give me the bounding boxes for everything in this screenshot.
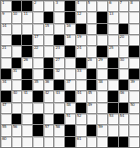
cell-r7-c11: [108, 69, 118, 79]
cell-r5-c5[interactable]: [44, 46, 54, 56]
cell-r2-c7: [65, 12, 75, 22]
cell-r4-c4[interactable]: 17: [33, 35, 43, 45]
cell-r5-c6[interactable]: 23: [54, 46, 64, 56]
clue-number: 33: [77, 69, 81, 73]
clue-number: 17: [34, 35, 38, 39]
cell-r1-c11[interactable]: 6: [108, 1, 118, 11]
clue-number: 46: [120, 91, 124, 95]
cell-r2-c13[interactable]: [129, 12, 139, 22]
cell-r10-c5[interactable]: [44, 103, 54, 113]
cell-r6-c6[interactable]: 27: [54, 58, 64, 68]
cell-r6-c8: [76, 58, 86, 68]
cell-r6-c5: [44, 58, 54, 68]
clue-number: 11: [23, 12, 27, 16]
clue-number: 40: [13, 91, 17, 95]
cell-r1-c10[interactable]: [97, 1, 107, 11]
cell-r8-c6: [54, 80, 64, 90]
cell-r2-c2[interactable]: 10: [12, 12, 22, 22]
clue-number: 32: [55, 69, 59, 73]
cell-r3-c7[interactable]: 16: [65, 24, 75, 34]
cell-r13-c3[interactable]: [22, 137, 32, 147]
cell-r13-c4[interactable]: [33, 137, 43, 147]
cell-r6-c10[interactable]: 29: [97, 58, 107, 68]
cell-r1-c1[interactable]: 1: [1, 1, 11, 11]
cell-r9-c1: [1, 91, 11, 101]
cell-r5-c8[interactable]: 24: [76, 46, 86, 56]
cell-r3-c3[interactable]: [22, 24, 32, 34]
clue-number: 57: [45, 125, 49, 129]
cell-r4-c9[interactable]: [87, 35, 97, 45]
cell-r10-c11: [108, 103, 118, 113]
cell-r9-c3[interactable]: 41: [22, 91, 32, 101]
cell-r7-c9: [87, 69, 97, 79]
clue-number: 1: [2, 1, 4, 5]
clue-number: 27: [55, 58, 59, 62]
cell-r4-c6: [54, 35, 64, 45]
cell-r10-c7[interactable]: 48: [65, 103, 75, 113]
cell-r3-c13[interactable]: [129, 24, 139, 34]
cell-r11-c11[interactable]: 53: [108, 114, 118, 124]
cell-r9-c8[interactable]: 44: [76, 91, 86, 101]
clue-number: 55: [2, 125, 6, 129]
clue-number: 25: [109, 46, 113, 50]
cell-r5-c2[interactable]: [12, 46, 22, 56]
cell-r7-c13: [129, 69, 139, 79]
cell-r12-c12[interactable]: [119, 125, 129, 135]
cell-r11-c4: [33, 114, 43, 124]
cell-r5-c12[interactable]: [119, 46, 129, 56]
clue-number: 58: [55, 125, 59, 129]
cell-r11-c1[interactable]: [1, 114, 11, 124]
cell-r11-c10[interactable]: [97, 114, 107, 124]
clue-number: 59: [98, 125, 102, 129]
clue-number: 15: [45, 24, 49, 28]
cell-r10-c6[interactable]: [54, 103, 64, 113]
cell-r4-c12[interactable]: 20: [119, 35, 129, 45]
cell-r13-c1[interactable]: 60: [1, 137, 11, 147]
cell-r2-c8[interactable]: 12: [76, 12, 86, 22]
cell-r8-c9: [87, 80, 97, 90]
cell-r10-c2[interactable]: [12, 103, 22, 113]
cell-r8-c3: [22, 80, 32, 90]
cell-r9-c9[interactable]: 45: [87, 91, 97, 101]
clue-number: 37: [66, 80, 70, 84]
clue-number: 6: [109, 1, 111, 5]
cell-r9-c10[interactable]: [97, 91, 107, 101]
cell-r12-c9: [87, 125, 97, 135]
clue-number: 30: [120, 58, 124, 62]
clue-number: 16: [66, 24, 70, 28]
cell-r10-c12: [119, 103, 129, 113]
clue-number: 38: [98, 80, 102, 84]
cell-r4-c1[interactable]: [1, 35, 11, 45]
cell-r7-c7[interactable]: [65, 69, 75, 79]
clue-number: 24: [77, 46, 81, 50]
cell-r13-c11: [108, 137, 118, 147]
cell-r6-c2: [12, 58, 22, 68]
clue-number: 51: [66, 114, 70, 118]
cell-r13-c12: [119, 137, 129, 147]
clue-number: 29: [98, 58, 102, 62]
cell-r8-c10[interactable]: 38: [97, 80, 107, 90]
cell-r1-c12[interactable]: 7: [119, 1, 129, 11]
cell-r3-c1[interactable]: 14: [1, 24, 11, 34]
cell-r3-c6[interactable]: [54, 24, 64, 34]
cell-r1-c4[interactable]: 2: [33, 1, 43, 11]
clue-number: 4: [77, 1, 79, 5]
cell-r9-c5[interactable]: 42: [44, 91, 54, 101]
clue-number: 13: [109, 12, 113, 16]
cell-r12-c5[interactable]: 57: [44, 125, 54, 135]
cell-r2-c1[interactable]: 9: [1, 12, 11, 22]
cell-r12-c7: [65, 125, 75, 135]
crossword-grid: 1234567891011121314151617181920212223242…: [0, 0, 140, 148]
clue-number: 3: [55, 1, 57, 5]
clue-number: 19: [77, 35, 81, 39]
cell-r5-c7: [65, 46, 75, 56]
cell-r11-c2: [12, 114, 22, 124]
cell-r5-c3: [22, 46, 32, 56]
cell-r8-c11[interactable]: [108, 80, 118, 90]
cell-r5-c1[interactable]: 21: [1, 46, 11, 56]
cell-r12-c13[interactable]: [129, 125, 139, 135]
cell-r11-c6: [54, 114, 64, 124]
cell-r10-c4[interactable]: [33, 103, 43, 113]
cell-r8-c5[interactable]: 36: [44, 80, 54, 90]
clue-number: 41: [23, 91, 27, 95]
cell-r8-c12: [119, 80, 129, 90]
clue-number: 53: [109, 114, 113, 118]
cell-r8-c4[interactable]: 35: [33, 80, 43, 90]
cell-r9-c7: [65, 91, 75, 101]
cell-r10-c1[interactable]: 47: [1, 103, 11, 113]
clue-number: 60: [2, 137, 6, 141]
clue-number: 2: [34, 1, 36, 5]
cell-r9-c13[interactable]: [129, 91, 139, 101]
cell-r2-c11[interactable]: 13: [108, 12, 118, 22]
cell-r3-c4[interactable]: [33, 24, 43, 34]
cell-r1-c5[interactable]: [44, 1, 54, 11]
cell-r12-c2[interactable]: 56: [12, 125, 22, 135]
clue-number: 48: [66, 103, 70, 107]
cell-r6-c7[interactable]: [65, 58, 75, 68]
clue-number: 49: [88, 103, 92, 107]
clue-number: 26: [23, 58, 27, 62]
cell-r9-c4: [33, 91, 43, 101]
cell-r8-c7[interactable]: 37: [65, 80, 75, 90]
cell-r10-c13[interactable]: 50: [129, 103, 139, 113]
cell-r5-c10: [97, 46, 107, 56]
clue-number: 61: [77, 137, 81, 141]
cell-r2-c4[interactable]: [33, 12, 43, 22]
cell-r1-c3: [22, 1, 32, 11]
cell-r4-c13[interactable]: [129, 35, 139, 45]
cell-r13-c5[interactable]: [44, 137, 54, 147]
cell-r4-c5[interactable]: [44, 35, 54, 45]
cell-r2-c3[interactable]: 11: [22, 12, 32, 22]
cell-r3-c8: [76, 24, 86, 34]
cell-r12-c4: [33, 125, 43, 135]
cell-r6-c9[interactable]: 28: [87, 58, 97, 68]
cell-r1-c6[interactable]: 3: [54, 1, 64, 11]
cell-r3-c11[interactable]: [108, 24, 118, 34]
cell-r2-c9[interactable]: [87, 12, 97, 22]
cell-r12-c6[interactable]: 58: [54, 125, 64, 135]
clue-number: 44: [77, 91, 81, 95]
cell-r5-c9[interactable]: [87, 46, 97, 56]
clue-number: 43: [55, 91, 59, 95]
clue-number: 35: [34, 80, 38, 84]
cell-r4-c10[interactable]: [97, 35, 107, 45]
cell-r9-c6[interactable]: 43: [54, 91, 64, 101]
clue-number: 8: [130, 1, 132, 5]
clue-number: 28: [88, 58, 92, 62]
clue-number: 54: [120, 114, 124, 118]
cell-r11-c9[interactable]: [87, 114, 97, 124]
clue-number: 10: [13, 12, 17, 16]
cell-r8-c2[interactable]: [12, 80, 22, 90]
cell-r11-c8[interactable]: 52: [76, 114, 86, 124]
clue-number: 12: [77, 12, 81, 16]
cell-r13-c13[interactable]: [129, 137, 139, 147]
cell-r6-c11: [108, 58, 118, 68]
cell-r13-c7: [65, 137, 75, 147]
cell-r6-c1[interactable]: [1, 58, 11, 68]
cell-r12-c3[interactable]: [22, 125, 32, 135]
cell-r3-c2[interactable]: [12, 24, 22, 34]
cell-r10-c10[interactable]: [97, 103, 107, 113]
cell-r9-c11: [108, 91, 118, 101]
cell-r11-c12[interactable]: 54: [119, 114, 129, 124]
clue-number: 21: [2, 46, 6, 50]
clue-number: 5: [88, 1, 90, 5]
cell-r12-c1[interactable]: 55: [1, 125, 11, 135]
clue-number: 34: [2, 80, 6, 84]
clue-number: 52: [77, 114, 81, 118]
clue-number: 14: [2, 24, 6, 28]
cell-r3-c5[interactable]: 15: [44, 24, 54, 34]
cell-r10-c8: [76, 103, 86, 113]
cell-r8-c1[interactable]: 34: [1, 80, 11, 90]
clue-number: 22: [34, 46, 38, 50]
clue-number: 23: [55, 46, 59, 50]
cell-r7-c2[interactable]: 31: [12, 69, 22, 79]
cell-r7-c6[interactable]: 32: [54, 69, 64, 79]
cell-r7-c3: [22, 69, 32, 79]
cell-r1-c13[interactable]: 8: [129, 1, 139, 11]
cell-r13-c2[interactable]: [12, 137, 22, 147]
cell-r2-c5: [44, 12, 54, 22]
clue-number: 50: [130, 103, 134, 107]
clue-number: 36: [45, 80, 49, 84]
cell-r5-c11[interactable]: 25: [108, 46, 118, 56]
cell-r13-c9[interactable]: [87, 137, 97, 147]
clue-number: 31: [13, 69, 17, 73]
cell-r7-c10[interactable]: [97, 69, 107, 79]
cell-r3-c10: [97, 24, 107, 34]
cell-r12-c8[interactable]: [76, 125, 86, 135]
cell-r1-c2: [12, 1, 22, 11]
cell-r2-c6[interactable]: [54, 12, 64, 22]
cell-r3-c9[interactable]: [87, 24, 97, 34]
cell-r4-c8[interactable]: 19: [76, 35, 86, 45]
cell-r12-c10[interactable]: 59: [97, 125, 107, 135]
cell-r13-c10[interactable]: [97, 137, 107, 147]
cell-r1-c7: [65, 1, 75, 11]
clue-number: 56: [13, 125, 17, 129]
cell-r4-c11[interactable]: [108, 35, 118, 45]
cell-r1-c8[interactable]: 4: [76, 1, 86, 11]
cell-r2-c10: [97, 12, 107, 22]
cell-r8-c13[interactable]: 39: [129, 80, 139, 90]
cell-r10-c9[interactable]: 49: [87, 103, 97, 113]
cell-r4-c3: [22, 35, 32, 45]
cell-r5-c4[interactable]: 22: [33, 46, 43, 56]
cell-r11-c7[interactable]: 51: [65, 114, 75, 124]
clue-number: 20: [120, 35, 124, 39]
cell-r12-c11[interactable]: [108, 125, 118, 135]
cell-r5-c13: [129, 46, 139, 56]
cell-r6-c3[interactable]: 26: [22, 58, 32, 68]
cell-r7-c4[interactable]: [33, 69, 43, 79]
cell-r13-c6[interactable]: [54, 137, 64, 147]
cell-r9-c2[interactable]: 40: [12, 91, 22, 101]
cell-r11-c3[interactable]: [22, 114, 32, 124]
clue-number: 42: [45, 91, 49, 95]
clue-number: 18: [66, 35, 70, 39]
cell-r7-c12[interactable]: [119, 69, 129, 79]
cell-r10-c3[interactable]: [22, 103, 32, 113]
cell-r6-c12[interactable]: 30: [119, 58, 129, 68]
cell-r3-c12: [119, 24, 129, 34]
cell-r11-c13[interactable]: [129, 114, 139, 124]
cell-r13-c8[interactable]: 61: [76, 137, 86, 147]
cell-r4-c2: [12, 35, 22, 45]
cell-r7-c8[interactable]: 33: [76, 69, 86, 79]
clue-number: 45: [88, 91, 92, 95]
cell-r2-c12[interactable]: [119, 12, 129, 22]
cell-r6-c13[interactable]: [129, 58, 139, 68]
clue-number: 7: [120, 1, 122, 5]
clue-number: 9: [2, 12, 4, 16]
cell-r7-c1: [1, 69, 11, 79]
clue-number: 47: [2, 103, 6, 107]
cell-r8-c8[interactable]: [76, 80, 86, 90]
cell-r4-c7[interactable]: 18: [65, 35, 75, 45]
cell-r6-c4[interactable]: [33, 58, 43, 68]
clue-number: 39: [130, 80, 134, 84]
cell-r1-c9[interactable]: 5: [87, 1, 97, 11]
cell-r7-c5: [44, 69, 54, 79]
cell-r11-c5[interactable]: [44, 114, 54, 124]
cell-r9-c12[interactable]: 46: [119, 91, 129, 101]
